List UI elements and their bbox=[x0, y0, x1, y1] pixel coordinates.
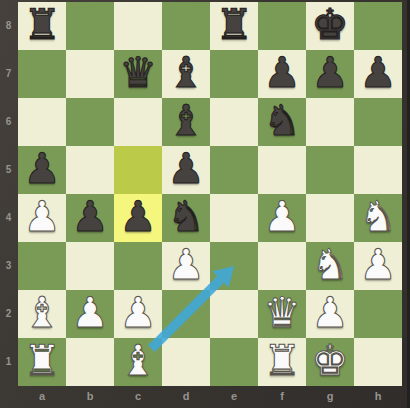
square-b3[interactable] bbox=[66, 242, 114, 290]
square-f7[interactable]: ♟ bbox=[258, 50, 306, 98]
black-king[interactable]: ♚ bbox=[311, 4, 349, 46]
square-d1[interactable] bbox=[162, 338, 210, 386]
chess-board: ♜♜♚♛♝♟♟♟♝♞♟♟♟♟♟♞♟♞♟♞♟♝♟♟♛♟♜♝♜♚ bbox=[18, 2, 402, 386]
black-rook[interactable]: ♜ bbox=[215, 4, 253, 46]
square-c2[interactable]: ♟ bbox=[114, 290, 162, 338]
square-h6[interactable] bbox=[354, 98, 402, 146]
white-rook[interactable]: ♜ bbox=[263, 340, 301, 382]
black-knight[interactable]: ♞ bbox=[263, 100, 301, 142]
square-c5[interactable] bbox=[114, 146, 162, 194]
square-a2[interactable]: ♝ bbox=[18, 290, 66, 338]
square-b8[interactable] bbox=[66, 2, 114, 50]
white-rook[interactable]: ♜ bbox=[23, 340, 61, 382]
square-g2[interactable]: ♟ bbox=[306, 290, 354, 338]
rank-label-2: 2 bbox=[0, 290, 17, 338]
square-e4[interactable] bbox=[210, 194, 258, 242]
file-label-b: b bbox=[66, 388, 114, 405]
rank-label-7: 7 bbox=[0, 50, 17, 98]
square-g7[interactable]: ♟ bbox=[306, 50, 354, 98]
white-king[interactable]: ♚ bbox=[311, 340, 349, 382]
black-pawn[interactable]: ♟ bbox=[71, 196, 109, 238]
white-bishop[interactable]: ♝ bbox=[23, 292, 61, 334]
square-d3[interactable]: ♟ bbox=[162, 242, 210, 290]
white-pawn[interactable]: ♟ bbox=[119, 292, 157, 334]
square-c7[interactable]: ♛ bbox=[114, 50, 162, 98]
square-e1[interactable] bbox=[210, 338, 258, 386]
white-pawn[interactable]: ♟ bbox=[71, 292, 109, 334]
square-c4[interactable]: ♟ bbox=[114, 194, 162, 242]
square-a4[interactable]: ♟ bbox=[18, 194, 66, 242]
square-e8[interactable]: ♜ bbox=[210, 2, 258, 50]
black-pawn[interactable]: ♟ bbox=[263, 52, 301, 94]
white-pawn[interactable]: ♟ bbox=[167, 244, 205, 286]
square-b7[interactable] bbox=[66, 50, 114, 98]
white-pawn[interactable]: ♟ bbox=[263, 196, 301, 238]
chess-app: ♜♜♚♛♝♟♟♟♝♞♟♟♟♟♟♞♟♞♟♞♟♝♟♟♛♟♜♝♜♚ 87654321 … bbox=[0, 0, 410, 408]
square-a1[interactable]: ♜ bbox=[18, 338, 66, 386]
square-e3[interactable] bbox=[210, 242, 258, 290]
square-c8[interactable] bbox=[114, 2, 162, 50]
black-bishop[interactable]: ♝ bbox=[167, 52, 205, 94]
square-g5[interactable] bbox=[306, 146, 354, 194]
square-b2[interactable]: ♟ bbox=[66, 290, 114, 338]
square-d6[interactable]: ♝ bbox=[162, 98, 210, 146]
square-g4[interactable] bbox=[306, 194, 354, 242]
white-knight[interactable]: ♞ bbox=[311, 244, 349, 286]
square-e6[interactable] bbox=[210, 98, 258, 146]
square-c3[interactable] bbox=[114, 242, 162, 290]
square-f3[interactable] bbox=[258, 242, 306, 290]
square-e5[interactable] bbox=[210, 146, 258, 194]
square-g6[interactable] bbox=[306, 98, 354, 146]
square-c1[interactable]: ♝ bbox=[114, 338, 162, 386]
square-f2[interactable]: ♛ bbox=[258, 290, 306, 338]
square-d2[interactable] bbox=[162, 290, 210, 338]
square-f8[interactable] bbox=[258, 2, 306, 50]
black-pawn[interactable]: ♟ bbox=[359, 52, 397, 94]
square-f6[interactable]: ♞ bbox=[258, 98, 306, 146]
black-pawn[interactable]: ♟ bbox=[23, 148, 61, 190]
square-h2[interactable] bbox=[354, 290, 402, 338]
black-queen[interactable]: ♛ bbox=[119, 52, 157, 94]
square-b4[interactable]: ♟ bbox=[66, 194, 114, 242]
square-h5[interactable] bbox=[354, 146, 402, 194]
file-label-d: d bbox=[162, 388, 210, 405]
square-d8[interactable] bbox=[162, 2, 210, 50]
file-label-a: a bbox=[18, 388, 66, 405]
square-d5[interactable]: ♟ bbox=[162, 146, 210, 194]
file-label-g: g bbox=[306, 388, 354, 405]
square-f5[interactable] bbox=[258, 146, 306, 194]
square-b6[interactable] bbox=[66, 98, 114, 146]
white-knight[interactable]: ♞ bbox=[359, 196, 397, 238]
square-b5[interactable] bbox=[66, 146, 114, 194]
square-c6[interactable] bbox=[114, 98, 162, 146]
square-g3[interactable]: ♞ bbox=[306, 242, 354, 290]
square-d4[interactable]: ♞ bbox=[162, 194, 210, 242]
rank-label-4: 4 bbox=[0, 194, 17, 242]
square-h4[interactable]: ♞ bbox=[354, 194, 402, 242]
square-e7[interactable] bbox=[210, 50, 258, 98]
square-h7[interactable]: ♟ bbox=[354, 50, 402, 98]
file-label-h: h bbox=[354, 388, 402, 405]
file-label-f: f bbox=[258, 388, 306, 405]
square-g8[interactable]: ♚ bbox=[306, 2, 354, 50]
white-bishop[interactable]: ♝ bbox=[119, 340, 157, 382]
rank-label-8: 8 bbox=[0, 2, 17, 50]
rank-label-5: 5 bbox=[0, 146, 17, 194]
black-rook[interactable]: ♜ bbox=[23, 4, 61, 46]
file-label-c: c bbox=[114, 388, 162, 405]
white-pawn[interactable]: ♟ bbox=[359, 244, 397, 286]
square-d7[interactable]: ♝ bbox=[162, 50, 210, 98]
file-coordinates: abcdefgh bbox=[18, 386, 402, 408]
square-f4[interactable]: ♟ bbox=[258, 194, 306, 242]
rank-coordinates: 87654321 bbox=[0, 2, 17, 386]
black-pawn[interactable]: ♟ bbox=[167, 148, 205, 190]
square-a8[interactable]: ♜ bbox=[18, 2, 66, 50]
square-a7[interactable] bbox=[18, 50, 66, 98]
rank-label-6: 6 bbox=[0, 98, 17, 146]
square-g1[interactable]: ♚ bbox=[306, 338, 354, 386]
square-h8[interactable] bbox=[354, 2, 402, 50]
rank-label-3: 3 bbox=[0, 242, 17, 290]
square-a3[interactable] bbox=[18, 242, 66, 290]
square-a6[interactable] bbox=[18, 98, 66, 146]
square-f1[interactable]: ♜ bbox=[258, 338, 306, 386]
black-knight[interactable]: ♞ bbox=[167, 196, 205, 238]
white-pawn[interactable]: ♟ bbox=[23, 196, 61, 238]
square-a5[interactable]: ♟ bbox=[18, 146, 66, 194]
black-bishop[interactable]: ♝ bbox=[167, 100, 205, 142]
black-pawn[interactable]: ♟ bbox=[119, 196, 157, 238]
white-pawn[interactable]: ♟ bbox=[311, 292, 349, 334]
file-label-e: e bbox=[210, 388, 258, 405]
black-pawn[interactable]: ♟ bbox=[311, 52, 349, 94]
square-h3[interactable]: ♟ bbox=[354, 242, 402, 290]
square-b1[interactable] bbox=[66, 338, 114, 386]
rank-label-1: 1 bbox=[0, 338, 17, 386]
square-h1[interactable] bbox=[354, 338, 402, 386]
white-queen[interactable]: ♛ bbox=[263, 292, 301, 334]
square-e2[interactable] bbox=[210, 290, 258, 338]
